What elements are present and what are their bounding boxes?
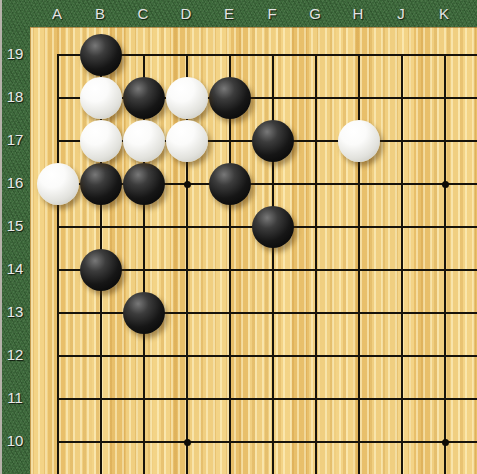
column-label-K: K (429, 3, 459, 25)
black-stone-E18[interactable] (209, 77, 251, 119)
row-label-11: 11 (0, 388, 30, 408)
grid-line-col-K (444, 54, 446, 474)
column-label-H: H (343, 3, 373, 25)
star-point-D10 (184, 439, 191, 446)
row-label-13: 13 (0, 302, 30, 322)
white-stone-C17[interactable] (123, 120, 165, 162)
grid-line-col-G (315, 54, 317, 474)
black-stone-C18[interactable] (123, 77, 165, 119)
column-label-C: C (128, 3, 158, 25)
column-label-D: D (171, 3, 201, 25)
black-stone-C13[interactable] (123, 292, 165, 334)
black-stone-E16[interactable] (209, 163, 251, 205)
star-point-K10 (442, 439, 449, 446)
column-label-F: F (257, 3, 287, 25)
row-label-19: 19 (0, 44, 30, 64)
row-label-17: 17 (0, 130, 30, 150)
black-stone-F15[interactable] (252, 206, 294, 248)
black-stone-B19[interactable] (80, 34, 122, 76)
window-edge-line (0, 0, 2, 474)
grid-line-row-11 (57, 398, 477, 400)
column-label-B: B (85, 3, 115, 25)
column-label-G: G (300, 3, 330, 25)
row-label-12: 12 (0, 345, 30, 365)
go-board[interactable] (30, 27, 477, 474)
column-label-E: E (214, 3, 244, 25)
grid-line-col-F (272, 54, 274, 474)
grid-line-row-10 (57, 441, 477, 443)
grid-line-row-12 (57, 355, 477, 357)
row-label-15: 15 (0, 216, 30, 236)
white-stone-B18[interactable] (80, 77, 122, 119)
white-stone-D17[interactable] (166, 120, 208, 162)
grid-line-col-A (57, 54, 59, 474)
column-label-A: A (42, 3, 72, 25)
row-label-14: 14 (0, 259, 30, 279)
row-label-16: 16 (0, 173, 30, 193)
grid-line-row-13 (57, 312, 477, 314)
white-stone-H17[interactable] (338, 120, 380, 162)
black-stone-B16[interactable] (80, 163, 122, 205)
white-stone-D18[interactable] (166, 77, 208, 119)
grid-line-col-J (401, 54, 403, 474)
star-point-D16 (184, 181, 191, 188)
row-label-10: 10 (0, 431, 30, 451)
go-app-window: ABCDEFGHJK 19181716151413121110 (0, 0, 477, 474)
grid-line-col-H (358, 54, 360, 474)
white-stone-B17[interactable] (80, 120, 122, 162)
column-label-J: J (386, 3, 416, 25)
white-stone-A16[interactable] (37, 163, 79, 205)
black-stone-B14[interactable] (80, 249, 122, 291)
black-stone-C16[interactable] (123, 163, 165, 205)
row-label-18: 18 (0, 87, 30, 107)
star-point-K16 (442, 181, 449, 188)
black-stone-F17[interactable] (252, 120, 294, 162)
